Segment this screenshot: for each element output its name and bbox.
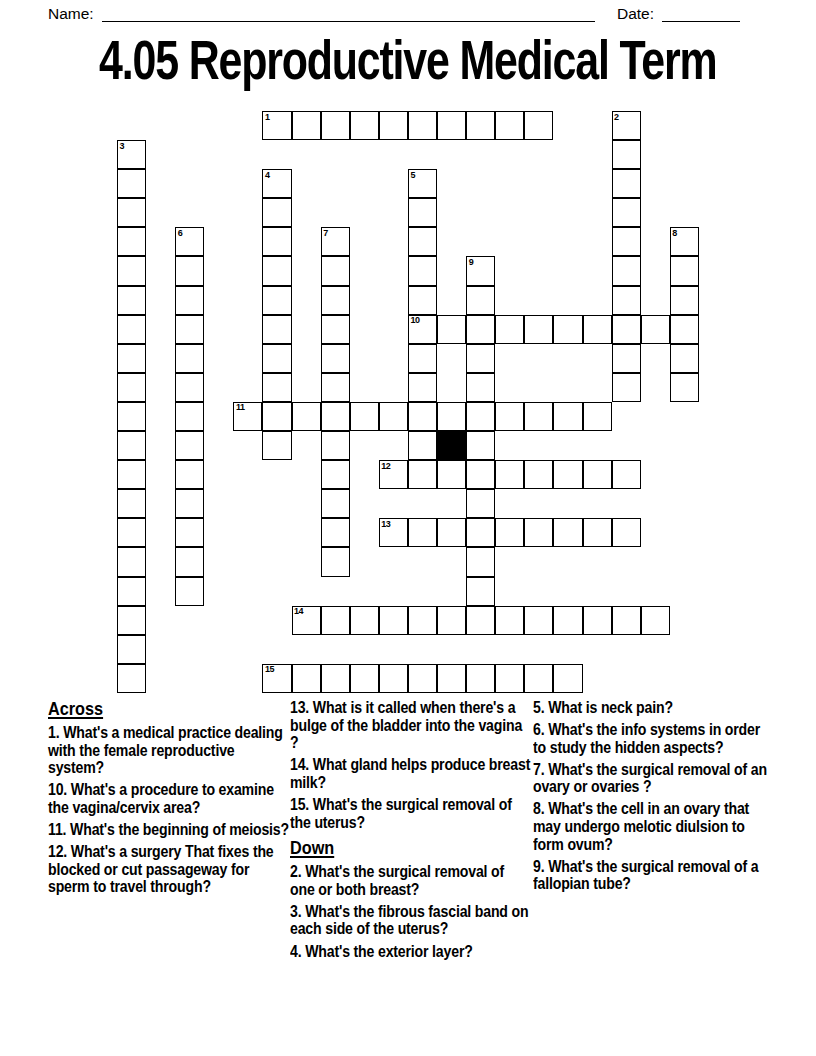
clue-text: What's the info systems in order to stud… bbox=[533, 720, 760, 756]
answer-cell[interactable] bbox=[466, 286, 495, 315]
answer-cell[interactable] bbox=[408, 606, 437, 635]
answer-cell[interactable] bbox=[612, 227, 641, 256]
answer-cell[interactable] bbox=[379, 664, 408, 693]
clue-5: 5. What is neck pain? bbox=[533, 699, 774, 717]
answer-cell[interactable] bbox=[321, 373, 350, 402]
answer-cell[interactable] bbox=[495, 664, 524, 693]
answer-cell[interactable] bbox=[524, 518, 553, 547]
clue-4: 4. What's the exterior layer? bbox=[290, 943, 531, 961]
cell-number-14: 14 bbox=[294, 607, 303, 616]
answer-cell[interactable] bbox=[612, 140, 641, 169]
answer-cell[interactable] bbox=[524, 315, 553, 344]
answer-cell[interactable] bbox=[466, 489, 495, 518]
cell-number-9: 9 bbox=[469, 258, 474, 267]
answer-cell[interactable]: 9 bbox=[466, 256, 495, 285]
answer-cell[interactable]: 11 bbox=[233, 402, 262, 431]
answer-cell[interactable] bbox=[437, 315, 466, 344]
answer-cell[interactable] bbox=[408, 460, 437, 489]
answer-cell[interactable] bbox=[553, 315, 582, 344]
answer-cell[interactable] bbox=[408, 373, 437, 402]
answer-cell[interactable] bbox=[466, 111, 495, 140]
answer-cell[interactable] bbox=[117, 402, 146, 431]
date-input-line[interactable] bbox=[662, 19, 740, 22]
answer-cell[interactable] bbox=[350, 402, 379, 431]
answer-cell[interactable] bbox=[524, 460, 553, 489]
answer-cell[interactable]: 6 bbox=[175, 227, 204, 256]
answer-cell[interactable] bbox=[466, 373, 495, 402]
answer-cell[interactable] bbox=[641, 606, 670, 635]
answer-cell[interactable] bbox=[262, 315, 291, 344]
answer-cell[interactable] bbox=[175, 577, 204, 606]
answer-cell[interactable]: 2 bbox=[612, 111, 641, 140]
cell-number-5: 5 bbox=[410, 171, 415, 180]
clue-text: What's the fibrous fascial band on each … bbox=[290, 902, 528, 938]
clue-column-3: 5. What is neck pain?6. What's the info … bbox=[533, 699, 774, 897]
answer-cell[interactable]: 14 bbox=[292, 606, 321, 635]
answer-cell[interactable]: 3 bbox=[117, 140, 146, 169]
answer-cell[interactable] bbox=[466, 402, 495, 431]
answer-cell[interactable] bbox=[612, 344, 641, 373]
answer-cell[interactable] bbox=[670, 286, 699, 315]
answer-cell[interactable] bbox=[495, 460, 524, 489]
clue-number-label: 9. bbox=[533, 857, 548, 875]
answer-cell[interactable] bbox=[437, 402, 466, 431]
clue-number-label: 10. bbox=[48, 780, 71, 798]
cell-number-1: 1 bbox=[265, 113, 270, 122]
answer-cell[interactable] bbox=[321, 518, 350, 547]
answer-cell[interactable] bbox=[466, 460, 495, 489]
answer-cell[interactable] bbox=[117, 373, 146, 402]
answer-cell[interactable] bbox=[495, 315, 524, 344]
answer-cell[interactable] bbox=[612, 518, 641, 547]
answer-cell[interactable] bbox=[321, 664, 350, 693]
answer-cell[interactable] bbox=[292, 111, 321, 140]
answer-cell[interactable] bbox=[321, 547, 350, 576]
answer-cell[interactable] bbox=[408, 256, 437, 285]
answer-cell[interactable] bbox=[117, 577, 146, 606]
answer-cell[interactable] bbox=[466, 344, 495, 373]
answer-cell[interactable]: 5 bbox=[408, 169, 437, 198]
answer-cell[interactable] bbox=[175, 373, 204, 402]
answer-cell[interactable] bbox=[612, 256, 641, 285]
answer-cell[interactable] bbox=[641, 315, 670, 344]
answer-cell[interactable] bbox=[408, 664, 437, 693]
clue-2: 2. What's the surgical removal of one or… bbox=[290, 863, 531, 898]
answer-cell[interactable] bbox=[553, 518, 582, 547]
cell-number-15: 15 bbox=[265, 665, 274, 674]
answer-cell[interactable] bbox=[670, 315, 699, 344]
cell-number-6: 6 bbox=[178, 229, 183, 238]
answer-cell[interactable] bbox=[583, 402, 612, 431]
answer-cell[interactable] bbox=[379, 606, 408, 635]
answer-cell[interactable] bbox=[612, 286, 641, 315]
clue-number-label: 14. bbox=[290, 755, 313, 773]
answer-cell[interactable] bbox=[117, 635, 146, 664]
answer-cell[interactable] bbox=[117, 286, 146, 315]
answer-cell[interactable] bbox=[670, 256, 699, 285]
answer-cell[interactable] bbox=[175, 431, 204, 460]
answer-cell[interactable] bbox=[321, 344, 350, 373]
answer-cell[interactable] bbox=[117, 664, 146, 693]
answer-cell[interactable]: 13 bbox=[379, 518, 408, 547]
clue-6: 6. What's the info systems in order to s… bbox=[533, 721, 774, 756]
cell-number-12: 12 bbox=[381, 462, 390, 471]
clue-column-1: Across1. What's a medical practice deali… bbox=[48, 699, 289, 900]
answer-cell[interactable] bbox=[495, 111, 524, 140]
clue-number-label: 5. bbox=[533, 698, 548, 716]
answer-cell[interactable] bbox=[466, 518, 495, 547]
clue-number-label: 12. bbox=[48, 842, 71, 860]
answer-cell[interactable] bbox=[524, 111, 553, 140]
answer-cell[interactable] bbox=[292, 664, 321, 693]
clue-text: What's a medical practice dealing with t… bbox=[48, 723, 283, 776]
answer-cell[interactable] bbox=[262, 344, 291, 373]
date-label: Date: bbox=[617, 4, 654, 23]
answer-cell[interactable] bbox=[292, 402, 321, 431]
clue-text: What's a procedure to examine the vagina… bbox=[48, 780, 274, 816]
answer-cell[interactable] bbox=[117, 489, 146, 518]
clue-3: 3. What's the fibrous fascial band on ea… bbox=[290, 903, 531, 938]
answer-cell[interactable] bbox=[583, 460, 612, 489]
clue-number-label: 15. bbox=[290, 795, 313, 813]
answer-cell[interactable] bbox=[612, 460, 641, 489]
answer-cell[interactable] bbox=[321, 315, 350, 344]
answer-cell[interactable] bbox=[321, 111, 350, 140]
answer-cell[interactable] bbox=[321, 489, 350, 518]
clue-text: What's the cell in an ovary that may und… bbox=[533, 799, 749, 852]
black-cell bbox=[437, 431, 466, 460]
clue-15: 15. What's the surgical removal of the u… bbox=[290, 796, 531, 831]
name-label: Name: bbox=[48, 4, 94, 23]
clue-text: What is it called when there's a bulge o… bbox=[290, 698, 522, 751]
answer-cell[interactable] bbox=[379, 111, 408, 140]
clue-9: 9. What's the surgical removal of a fall… bbox=[533, 858, 774, 893]
answer-cell[interactable] bbox=[408, 111, 437, 140]
clue-number-label: 11. bbox=[48, 820, 70, 838]
answer-cell[interactable] bbox=[117, 198, 146, 227]
clue-text: What's the surgical removal of a fallopi… bbox=[533, 857, 759, 893]
answer-cell[interactable] bbox=[553, 664, 582, 693]
cell-number-13: 13 bbox=[381, 520, 390, 529]
answer-cell[interactable] bbox=[175, 402, 204, 431]
clue-number-label: 13. bbox=[290, 698, 313, 716]
clue-text: What's a surgery That fixes the blocked … bbox=[48, 842, 274, 895]
clue-13: 13. What is it called when there's a bul… bbox=[290, 699, 531, 752]
clue-8: 8. What's the cell in an ovary that may … bbox=[533, 800, 774, 853]
answer-cell[interactable] bbox=[437, 518, 466, 547]
answer-cell[interactable] bbox=[553, 460, 582, 489]
answer-cell[interactable] bbox=[117, 518, 146, 547]
answer-cell[interactable] bbox=[117, 256, 146, 285]
answer-cell[interactable] bbox=[175, 344, 204, 373]
answer-cell[interactable] bbox=[321, 402, 350, 431]
answer-cell[interactable] bbox=[379, 402, 408, 431]
answer-cell[interactable] bbox=[437, 460, 466, 489]
worksheet-page: { "game": "crossword", "position": "....… bbox=[0, 0, 816, 1056]
clue-number-label: 7. bbox=[533, 760, 548, 778]
clue-7: 7. What's the surgical removal of an ova… bbox=[533, 761, 774, 796]
answer-cell[interactable] bbox=[321, 286, 350, 315]
clue-text: What gland helps produce breast milk? bbox=[290, 755, 530, 791]
cell-number-4: 4 bbox=[265, 171, 270, 180]
cell-number-10: 10 bbox=[410, 316, 419, 325]
header: Name: Date: bbox=[48, 4, 740, 23]
answer-cell[interactable] bbox=[466, 315, 495, 344]
clues-across-heading: Across bbox=[48, 699, 289, 719]
clue-11: 11. What's the beginning of meiosis? bbox=[48, 821, 289, 839]
answer-cell[interactable]: 8 bbox=[670, 227, 699, 256]
clue-number-label: 1. bbox=[48, 723, 63, 741]
cell-number-3: 3 bbox=[120, 142, 125, 151]
answer-cell[interactable] bbox=[117, 315, 146, 344]
answer-cell[interactable] bbox=[408, 198, 437, 227]
answer-cell[interactable] bbox=[408, 286, 437, 315]
answer-cell[interactable] bbox=[408, 518, 437, 547]
answer-cell[interactable] bbox=[262, 402, 291, 431]
answer-cell[interactable] bbox=[524, 664, 553, 693]
answer-cell[interactable]: 15 bbox=[262, 664, 291, 693]
answer-cell[interactable]: 4 bbox=[262, 169, 291, 198]
answer-cell[interactable] bbox=[175, 489, 204, 518]
answer-cell[interactable] bbox=[350, 664, 379, 693]
clues-section: Across1. What's a medical practice deali… bbox=[0, 699, 816, 959]
clue-number-label: 8. bbox=[533, 799, 548, 817]
clue-text: What's the beginning of meiosis? bbox=[70, 820, 289, 838]
clue-text: What is neck pain? bbox=[548, 698, 673, 716]
page-title: 4.05 Reproductive Medical Term bbox=[0, 33, 816, 88]
answer-cell[interactable] bbox=[350, 606, 379, 635]
crossword-grid: 123456789101112131415 bbox=[117, 111, 699, 693]
answer-cell[interactable] bbox=[495, 518, 524, 547]
clue-number-label: 2. bbox=[290, 862, 305, 880]
answer-cell[interactable] bbox=[408, 344, 437, 373]
name-input-line[interactable] bbox=[102, 19, 595, 22]
answer-cell[interactable] bbox=[670, 373, 699, 402]
answer-cell[interactable] bbox=[612, 315, 641, 344]
answer-cell[interactable] bbox=[437, 664, 466, 693]
clue-number-label: 6. bbox=[533, 720, 548, 738]
answer-cell[interactable] bbox=[117, 169, 146, 198]
answer-cell[interactable] bbox=[466, 547, 495, 576]
answer-cell[interactable] bbox=[175, 315, 204, 344]
answer-cell[interactable]: 1 bbox=[262, 111, 291, 140]
answer-cell[interactable] bbox=[524, 606, 553, 635]
clue-number-label: 4. bbox=[290, 942, 305, 960]
cell-number-7: 7 bbox=[323, 229, 328, 238]
answer-cell[interactable] bbox=[583, 315, 612, 344]
answer-cell[interactable] bbox=[408, 227, 437, 256]
answer-cell[interactable] bbox=[117, 606, 146, 635]
answer-cell[interactable] bbox=[321, 256, 350, 285]
answer-cell[interactable] bbox=[175, 286, 204, 315]
answer-cell[interactable]: 12 bbox=[379, 460, 408, 489]
answer-cell[interactable] bbox=[583, 518, 612, 547]
answer-cell[interactable] bbox=[466, 431, 495, 460]
cell-number-2: 2 bbox=[614, 113, 619, 122]
answer-cell[interactable] bbox=[175, 547, 204, 576]
answer-cell[interactable] bbox=[262, 431, 291, 460]
answer-cell[interactable] bbox=[553, 402, 582, 431]
answer-cell[interactable] bbox=[408, 431, 437, 460]
answer-cell[interactable] bbox=[437, 111, 466, 140]
answer-cell[interactable] bbox=[466, 606, 495, 635]
answer-cell[interactable] bbox=[175, 518, 204, 547]
answer-cell[interactable] bbox=[437, 606, 466, 635]
answer-cell[interactable] bbox=[262, 373, 291, 402]
answer-cell[interactable]: 10 bbox=[408, 315, 437, 344]
clue-10: 10. What's a procedure to examine the va… bbox=[48, 781, 289, 816]
answer-cell[interactable] bbox=[466, 664, 495, 693]
answer-cell[interactable] bbox=[117, 431, 146, 460]
answer-cell[interactable] bbox=[408, 402, 437, 431]
clue-1: 1. What's a medical practice dealing wit… bbox=[48, 724, 289, 777]
answer-cell[interactable] bbox=[117, 344, 146, 373]
answer-cell[interactable] bbox=[262, 256, 291, 285]
answer-cell[interactable] bbox=[612, 169, 641, 198]
answer-cell[interactable] bbox=[553, 606, 582, 635]
clue-14: 14. What gland helps produce breast milk… bbox=[290, 756, 531, 791]
answer-cell[interactable] bbox=[262, 286, 291, 315]
cell-number-8: 8 bbox=[672, 229, 677, 238]
answer-cell[interactable] bbox=[612, 373, 641, 402]
answer-cell[interactable] bbox=[612, 198, 641, 227]
answer-cell[interactable] bbox=[117, 460, 146, 489]
clue-text: What's the exterior layer? bbox=[305, 942, 472, 960]
answer-cell[interactable] bbox=[175, 460, 204, 489]
clues-down-heading: Down bbox=[290, 838, 531, 858]
clue-text: What's the surgical removal of an ovary … bbox=[533, 760, 767, 796]
answer-cell[interactable]: 7 bbox=[321, 227, 350, 256]
cell-number-11: 11 bbox=[236, 403, 245, 412]
clue-12: 12. What's a surgery That fixes the bloc… bbox=[48, 843, 289, 896]
answer-cell[interactable] bbox=[262, 198, 291, 227]
answer-cell[interactable] bbox=[321, 460, 350, 489]
clue-text: What's the surgical removal of the uteru… bbox=[290, 795, 512, 831]
clue-text: What's the surgical removal of one or bo… bbox=[290, 862, 504, 898]
clue-number-label: 3. bbox=[290, 902, 305, 920]
answer-cell[interactable] bbox=[350, 111, 379, 140]
answer-cell[interactable] bbox=[262, 227, 291, 256]
answer-cell[interactable] bbox=[321, 606, 350, 635]
clue-column-2: 13. What is it called when there's a bul… bbox=[290, 699, 531, 965]
answer-cell[interactable] bbox=[670, 344, 699, 373]
answer-cell[interactable] bbox=[583, 606, 612, 635]
answer-cell[interactable] bbox=[321, 431, 350, 460]
answer-cell[interactable] bbox=[495, 402, 524, 431]
answer-cell[interactable] bbox=[117, 227, 146, 256]
answer-cell[interactable] bbox=[524, 402, 553, 431]
answer-cell[interactable] bbox=[117, 547, 146, 576]
answer-cell[interactable] bbox=[175, 256, 204, 285]
answer-cell[interactable] bbox=[466, 577, 495, 606]
page-title-text: 4.05 Reproductive Medical Term bbox=[99, 33, 716, 88]
answer-cell[interactable] bbox=[612, 606, 641, 635]
answer-cell[interactable] bbox=[495, 606, 524, 635]
